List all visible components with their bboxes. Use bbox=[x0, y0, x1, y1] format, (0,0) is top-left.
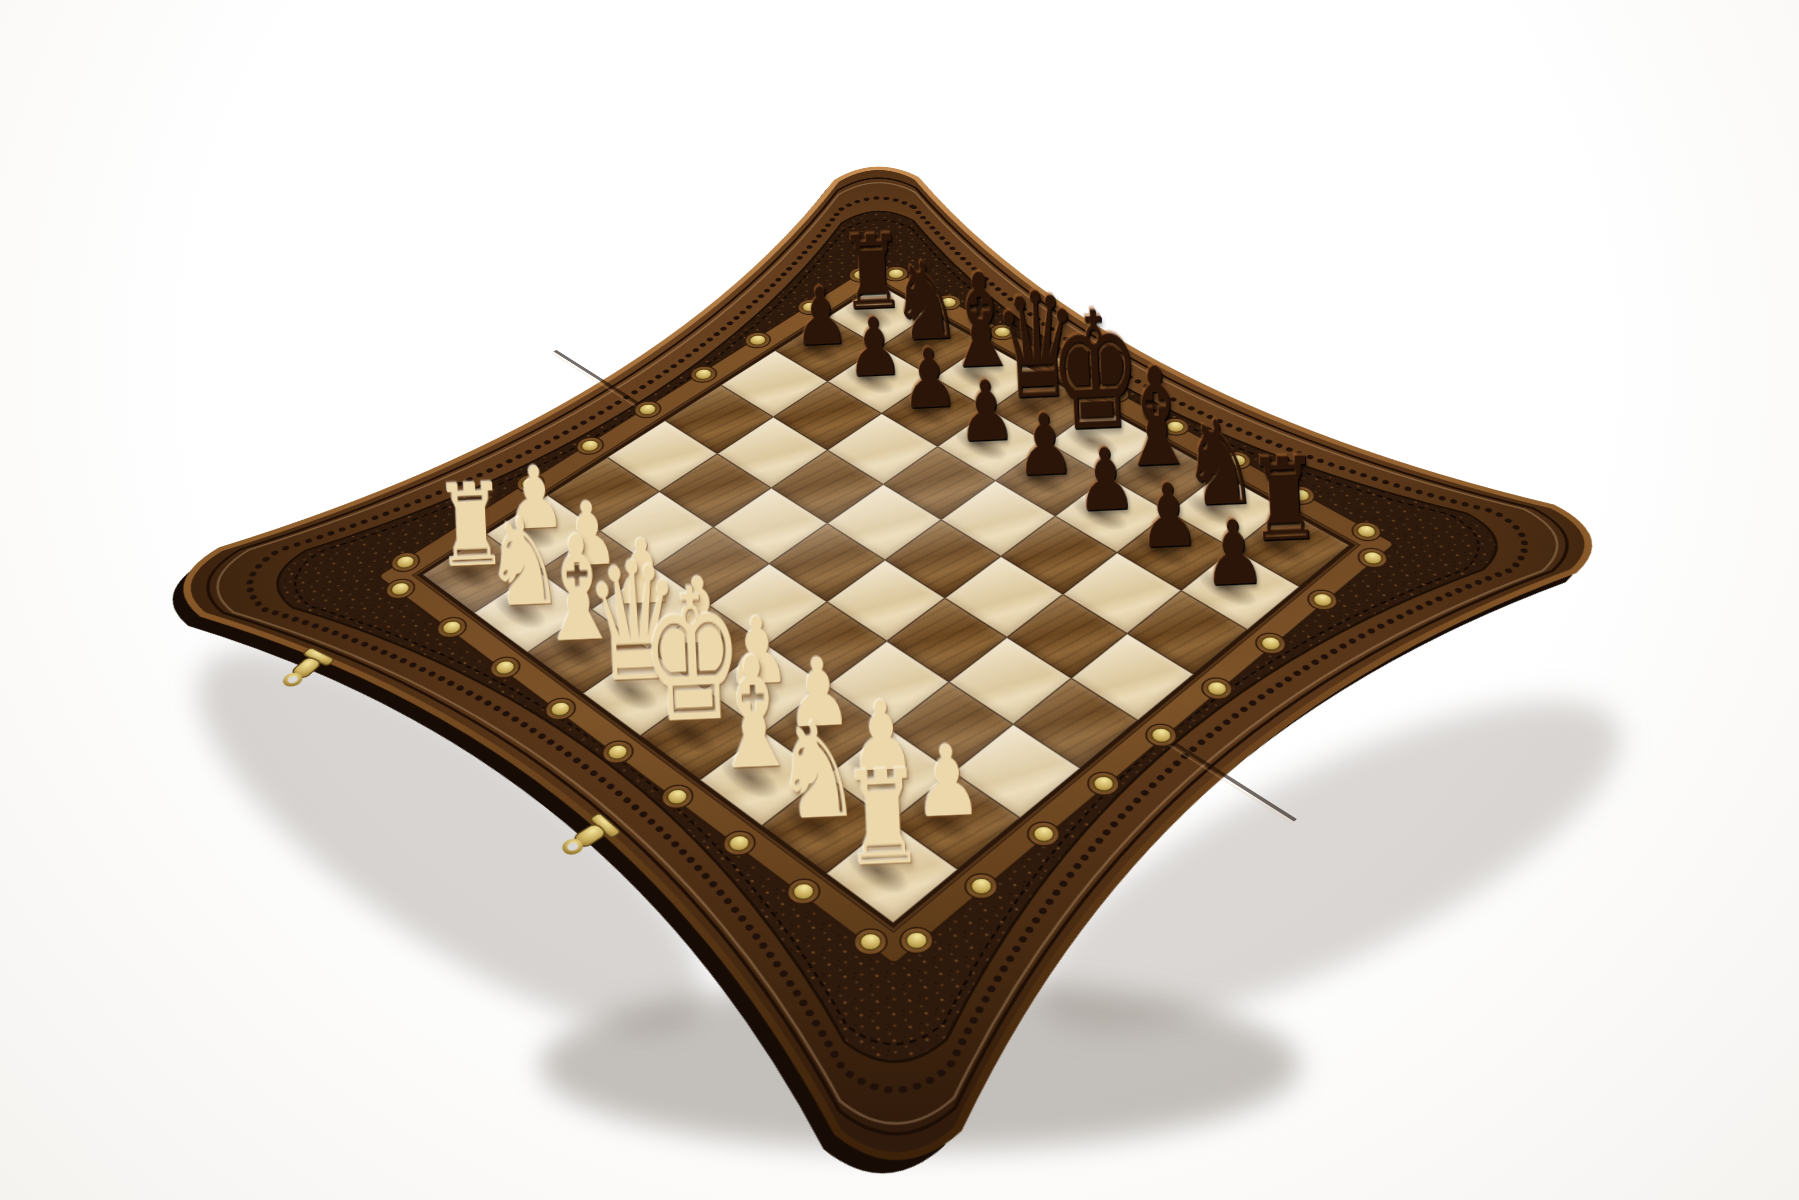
pieces-layer: ♜♞♝♛♚♝♞♜♟♟♟♟♟♟♟♟♟♟♟♟♟♟♟♟♜♞♝♛♚♝♞♜ bbox=[125, 139, 1652, 1200]
piece-glyph: ♜ bbox=[840, 753, 927, 886]
piece-glyph: ♟ bbox=[844, 306, 904, 389]
piece-glyph: ♟ bbox=[899, 337, 960, 421]
chess-case: ♜♞♝♛♚♝♞♜♟♟♟♟♟♟♟♟♟♟♟♟♟♟♟♟♜♞♝♛♚♝♞♜ bbox=[125, 139, 1652, 1200]
product-photo-scene: ♜♞♝♛♚♝♞♜♟♟♟♟♟♟♟♟♟♟♟♟♟♟♟♟♜♞♝♛♚♝♞♜ bbox=[0, 0, 1799, 1200]
piece-glyph: ♟ bbox=[1201, 508, 1267, 600]
piece-glyph: ♟ bbox=[1013, 402, 1076, 489]
piece-glyph: ♟ bbox=[955, 369, 1017, 454]
piece-glyph: ♟ bbox=[1074, 436, 1138, 524]
piece-glyph: ♟ bbox=[1136, 471, 1201, 561]
piece-glyph: ♟ bbox=[792, 277, 851, 358]
